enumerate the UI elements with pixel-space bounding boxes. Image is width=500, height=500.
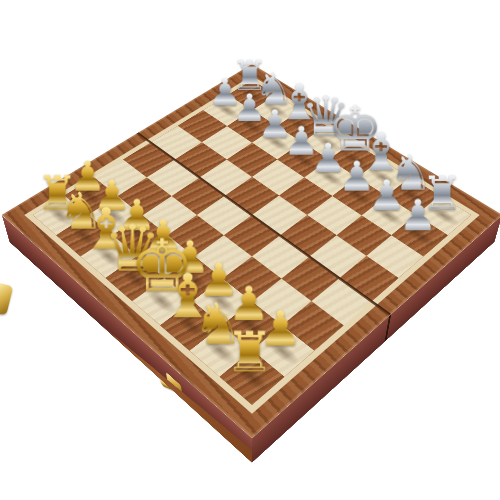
square-c4[interactable] xyxy=(172,177,226,215)
piece-glyph-rook: ♜ xyxy=(217,324,281,379)
chess-board-box: ♜♞♝♛♚♝♞♜♟♟♟♟♟♟♟♟♟♟♟♟♟♟♟♟♜♞♝♛♚♝♞♜ xyxy=(2,64,500,438)
playing-area: ♜♞♝♛♚♝♞♜♟♟♟♟♟♟♟♟♟♟♟♟♟♟♟♟♜♞♝♛♚♝♞♜ xyxy=(24,76,479,414)
square-d5[interactable] xyxy=(225,177,279,215)
square-h1[interactable]: ♜ xyxy=(220,350,284,404)
board-top-surface: ♜♞♝♛♚♝♞♜♟♟♟♟♟♟♟♟♟♟♟♟♟♟♟♟♜♞♝♛♚♝♞♜ xyxy=(2,64,500,438)
piece-glyph-pawn: ♟ xyxy=(390,194,445,237)
brass-hinge-icon xyxy=(0,282,13,315)
side-fold-seam xyxy=(384,314,391,342)
chess-set-photo: ♜♞♝♛♚♝♞♜♟♟♟♟♟♟♟♟♟♟♟♟♟♟♟♟♜♞♝♛♚♝♞♜ xyxy=(0,0,500,500)
